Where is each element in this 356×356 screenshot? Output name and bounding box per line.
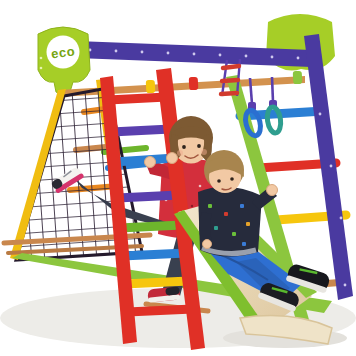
playground-photo: eco	[0, 0, 356, 356]
child-standing-hand-right	[167, 153, 178, 164]
screenshot: eco	[0, 0, 356, 356]
child-standing-hand-left	[145, 157, 156, 168]
logo-panel: eco	[38, 27, 90, 95]
child-sliding-hand	[267, 185, 278, 196]
